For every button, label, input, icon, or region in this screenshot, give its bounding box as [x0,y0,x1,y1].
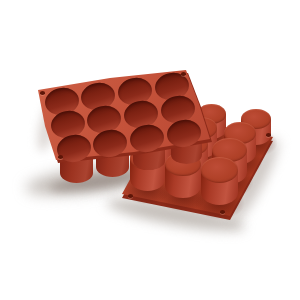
corner-hole [58,155,63,159]
back-mold [0,0,300,300]
corner-hole [181,72,186,76]
product-photo: Terracotta-red silicone baking mould wit… [0,0,300,300]
corner-hole [40,91,45,95]
